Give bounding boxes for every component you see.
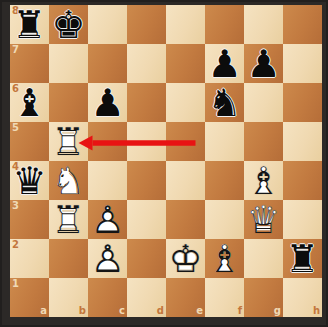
square-c6[interactable]: ♟ bbox=[88, 83, 127, 122]
white-pawn-outline-glyph: ♙ bbox=[88, 200, 127, 239]
square-a8[interactable]: 8♜ bbox=[10, 5, 49, 44]
white-king-outline-glyph: ♔ bbox=[166, 239, 205, 278]
black-knight-glyph: ♞ bbox=[205, 83, 244, 122]
square-c8[interactable] bbox=[88, 5, 127, 44]
square-f8[interactable] bbox=[205, 5, 244, 44]
square-c4[interactable] bbox=[88, 161, 127, 200]
piece-black-rook-a8[interactable]: ♜ bbox=[10, 5, 49, 44]
white-bishop-outline-glyph: ♗ bbox=[244, 161, 283, 200]
square-c1[interactable]: c bbox=[88, 278, 127, 317]
square-h5[interactable] bbox=[283, 122, 322, 161]
square-f3[interactable] bbox=[205, 200, 244, 239]
piece-white-queen-g3[interactable]: ♛♕ bbox=[244, 200, 283, 239]
piece-white-king-e2[interactable]: ♚♔ bbox=[166, 239, 205, 278]
white-rook-outline-glyph: ♖ bbox=[49, 200, 88, 239]
square-h8[interactable] bbox=[283, 5, 322, 44]
square-h1[interactable]: h bbox=[283, 278, 322, 317]
square-a3[interactable]: 3 bbox=[10, 200, 49, 239]
rank-label-3: 3 bbox=[12, 201, 19, 211]
square-d4[interactable] bbox=[127, 161, 166, 200]
piece-black-pawn-f7[interactable]: ♟ bbox=[205, 44, 244, 83]
square-d6[interactable] bbox=[127, 83, 166, 122]
square-c5[interactable] bbox=[88, 122, 127, 161]
square-f6[interactable]: ♞ bbox=[205, 83, 244, 122]
rank-label-5: 5 bbox=[12, 123, 19, 133]
rank-label-1: 1 bbox=[12, 279, 19, 289]
black-queen-glyph: ♛ bbox=[10, 161, 49, 200]
square-e1[interactable]: e bbox=[166, 278, 205, 317]
square-d3[interactable] bbox=[127, 200, 166, 239]
square-a5[interactable]: 5 bbox=[10, 122, 49, 161]
black-bishop-glyph: ♝ bbox=[10, 83, 49, 122]
piece-black-king-b8[interactable]: ♚ bbox=[49, 5, 88, 44]
square-f4[interactable] bbox=[205, 161, 244, 200]
square-g7[interactable]: ♟ bbox=[244, 44, 283, 83]
white-pawn-outline-glyph: ♙ bbox=[88, 239, 127, 278]
square-b1[interactable]: b bbox=[49, 278, 88, 317]
file-label-c: c bbox=[119, 306, 125, 316]
chessboard: 8♜♚7♟♟6♝♟♞5♜♖4♛♞♘♝♗3♜♖♟♙♛♕2♟♙♚♔♝♗♜1abcde… bbox=[10, 5, 322, 317]
file-label-h: h bbox=[313, 306, 320, 316]
square-b5[interactable]: ♜♖ bbox=[49, 122, 88, 161]
rank-label-2: 2 bbox=[12, 240, 19, 250]
square-g8[interactable] bbox=[244, 5, 283, 44]
file-label-g: g bbox=[274, 306, 281, 316]
file-label-f: f bbox=[238, 306, 242, 316]
square-b8[interactable]: ♚ bbox=[49, 5, 88, 44]
piece-black-pawn-g7[interactable]: ♟ bbox=[244, 44, 283, 83]
square-b7[interactable] bbox=[49, 44, 88, 83]
piece-black-pawn-c6[interactable]: ♟ bbox=[88, 83, 127, 122]
rank-label-7: 7 bbox=[12, 45, 19, 55]
white-rook-outline-glyph: ♖ bbox=[49, 122, 88, 161]
square-g6[interactable] bbox=[244, 83, 283, 122]
square-b4[interactable]: ♞♘ bbox=[49, 161, 88, 200]
square-h4[interactable] bbox=[283, 161, 322, 200]
piece-white-pawn-c3[interactable]: ♟♙ bbox=[88, 200, 127, 239]
white-knight-outline-glyph: ♘ bbox=[49, 161, 88, 200]
black-king-glyph: ♚ bbox=[49, 5, 88, 44]
square-e5[interactable] bbox=[166, 122, 205, 161]
piece-white-pawn-c2[interactable]: ♟♙ bbox=[88, 239, 127, 278]
file-label-a: a bbox=[40, 306, 47, 316]
square-c2[interactable]: ♟♙ bbox=[88, 239, 127, 278]
black-pawn-glyph: ♟ bbox=[88, 83, 127, 122]
square-e3[interactable] bbox=[166, 200, 205, 239]
square-f7[interactable]: ♟ bbox=[205, 44, 244, 83]
square-d7[interactable] bbox=[127, 44, 166, 83]
piece-black-queen-a4[interactable]: ♛ bbox=[10, 161, 49, 200]
square-b3[interactable]: ♜♖ bbox=[49, 200, 88, 239]
square-a7[interactable]: 7 bbox=[10, 44, 49, 83]
file-label-d: d bbox=[157, 306, 164, 316]
piece-white-knight-b4[interactable]: ♞♘ bbox=[49, 161, 88, 200]
square-f2[interactable]: ♝♗ bbox=[205, 239, 244, 278]
square-e2[interactable]: ♚♔ bbox=[166, 239, 205, 278]
square-h7[interactable] bbox=[283, 44, 322, 83]
square-d1[interactable]: d bbox=[127, 278, 166, 317]
square-h3[interactable] bbox=[283, 200, 322, 239]
piece-white-bishop-g4[interactable]: ♝♗ bbox=[244, 161, 283, 200]
square-h2[interactable]: ♜ bbox=[283, 239, 322, 278]
white-queen-outline-glyph: ♕ bbox=[244, 200, 283, 239]
piece-black-knight-f6[interactable]: ♞ bbox=[205, 83, 244, 122]
square-a4[interactable]: 4♛ bbox=[10, 161, 49, 200]
square-g1[interactable]: g bbox=[244, 278, 283, 317]
piece-white-rook-b3[interactable]: ♜♖ bbox=[49, 200, 88, 239]
white-bishop-outline-glyph: ♗ bbox=[205, 239, 244, 278]
piece-black-rook-h2[interactable]: ♜ bbox=[283, 239, 322, 278]
black-rook-glyph: ♜ bbox=[283, 239, 322, 278]
square-g5[interactable] bbox=[244, 122, 283, 161]
black-pawn-glyph: ♟ bbox=[205, 44, 244, 83]
square-g4[interactable]: ♝♗ bbox=[244, 161, 283, 200]
square-h6[interactable] bbox=[283, 83, 322, 122]
square-e7[interactable] bbox=[166, 44, 205, 83]
square-d8[interactable] bbox=[127, 5, 166, 44]
square-e4[interactable] bbox=[166, 161, 205, 200]
square-e6[interactable] bbox=[166, 83, 205, 122]
square-d5[interactable] bbox=[127, 122, 166, 161]
square-f1[interactable]: f bbox=[205, 278, 244, 317]
board-frame: 8♜♚7♟♟6♝♟♞5♜♖4♛♞♘♝♗3♜♖♟♙♛♕2♟♙♚♔♝♗♜1abcde… bbox=[0, 0, 328, 327]
black-pawn-glyph: ♟ bbox=[244, 44, 283, 83]
black-rook-glyph: ♜ bbox=[10, 5, 49, 44]
piece-black-bishop-a6[interactable]: ♝ bbox=[10, 83, 49, 122]
square-e8[interactable] bbox=[166, 5, 205, 44]
piece-white-rook-b5[interactable]: ♜♖ bbox=[49, 122, 88, 161]
file-label-b: b bbox=[79, 306, 86, 316]
square-d2[interactable] bbox=[127, 239, 166, 278]
square-c3[interactable]: ♟♙ bbox=[88, 200, 127, 239]
square-g3[interactable]: ♛♕ bbox=[244, 200, 283, 239]
square-a1[interactable]: 1a bbox=[10, 278, 49, 317]
piece-white-bishop-f2[interactable]: ♝♗ bbox=[205, 239, 244, 278]
square-b6[interactable] bbox=[49, 83, 88, 122]
square-b2[interactable] bbox=[49, 239, 88, 278]
file-label-e: e bbox=[196, 306, 203, 316]
square-f5[interactable] bbox=[205, 122, 244, 161]
square-a6[interactable]: 6♝ bbox=[10, 83, 49, 122]
square-a2[interactable]: 2 bbox=[10, 239, 49, 278]
square-g2[interactable] bbox=[244, 239, 283, 278]
square-c7[interactable] bbox=[88, 44, 127, 83]
